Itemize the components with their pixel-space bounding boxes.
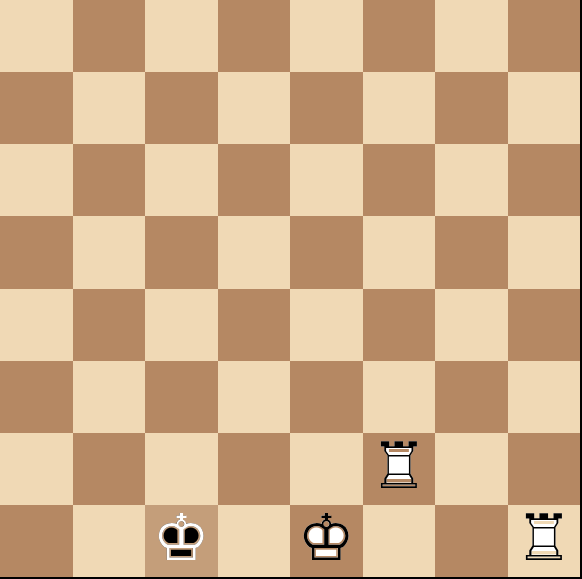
square-b1[interactable] (73, 505, 146, 577)
square-g5[interactable] (435, 216, 508, 288)
square-f7[interactable] (363, 72, 436, 144)
square-h5[interactable] (508, 216, 581, 288)
square-a5[interactable] (0, 216, 73, 288)
square-e3[interactable] (290, 361, 363, 433)
square-g3[interactable] (435, 361, 508, 433)
square-b7[interactable] (73, 72, 146, 144)
square-f2[interactable]: ♜♖ (363, 433, 436, 505)
square-b6[interactable] (73, 144, 146, 216)
square-f5[interactable] (363, 216, 436, 288)
square-c7[interactable] (145, 72, 218, 144)
square-e2[interactable] (290, 433, 363, 505)
square-a3[interactable] (0, 361, 73, 433)
square-c4[interactable] (145, 289, 218, 361)
square-b8[interactable] (73, 0, 146, 72)
square-a1[interactable] (0, 505, 73, 577)
square-a6[interactable] (0, 144, 73, 216)
square-g7[interactable] (435, 72, 508, 144)
square-d1[interactable] (218, 505, 291, 577)
square-c5[interactable] (145, 216, 218, 288)
black-king-glyph-outline: ♔ (153, 506, 210, 570)
square-f6[interactable] (363, 144, 436, 216)
square-f3[interactable] (363, 361, 436, 433)
square-g4[interactable] (435, 289, 508, 361)
square-h6[interactable] (508, 144, 581, 216)
square-g6[interactable] (435, 144, 508, 216)
square-d5[interactable] (218, 216, 291, 288)
square-d6[interactable] (218, 144, 291, 216)
white-rook-glyph-outline: ♖ (515, 506, 572, 570)
square-b5[interactable] (73, 216, 146, 288)
square-g2[interactable] (435, 433, 508, 505)
square-e7[interactable] (290, 72, 363, 144)
square-g8[interactable] (435, 0, 508, 72)
square-b4[interactable] (73, 289, 146, 361)
white-king-glyph-outline: ♔ (298, 506, 355, 570)
square-h1[interactable]: ♜♖ (508, 505, 581, 577)
square-h3[interactable] (508, 361, 581, 433)
piece-white-king[interactable]: ♚♔ (290, 505, 363, 577)
square-c6[interactable] (145, 144, 218, 216)
square-f1[interactable] (363, 505, 436, 577)
square-h4[interactable] (508, 289, 581, 361)
square-f8[interactable] (363, 0, 436, 72)
square-h8[interactable] (508, 0, 581, 72)
square-h7[interactable] (508, 72, 581, 144)
chess-board-container: ♜♖♚♔♚♔♜♖ (0, 0, 582, 579)
chess-board: ♜♖♚♔♚♔♜♖ (0, 0, 582, 579)
square-c3[interactable] (145, 361, 218, 433)
square-b2[interactable] (73, 433, 146, 505)
piece-white-rook[interactable]: ♜♖ (508, 505, 581, 577)
square-f4[interactable] (363, 289, 436, 361)
square-e4[interactable] (290, 289, 363, 361)
white-rook-glyph-outline: ♖ (370, 434, 427, 498)
square-c8[interactable] (145, 0, 218, 72)
square-e8[interactable] (290, 0, 363, 72)
piece-black-king[interactable]: ♚♔ (145, 505, 218, 577)
square-d7[interactable] (218, 72, 291, 144)
square-g1[interactable] (435, 505, 508, 577)
square-e5[interactable] (290, 216, 363, 288)
square-e1[interactable]: ♚♔ (290, 505, 363, 577)
square-a7[interactable] (0, 72, 73, 144)
square-c2[interactable] (145, 433, 218, 505)
square-a8[interactable] (0, 0, 73, 72)
square-d2[interactable] (218, 433, 291, 505)
square-d3[interactable] (218, 361, 291, 433)
square-e6[interactable] (290, 144, 363, 216)
square-h2[interactable] (508, 433, 581, 505)
square-a4[interactable] (0, 289, 73, 361)
square-a2[interactable] (0, 433, 73, 505)
square-b3[interactable] (73, 361, 146, 433)
square-c1[interactable]: ♚♔ (145, 505, 218, 577)
square-d4[interactable] (218, 289, 291, 361)
piece-white-rook[interactable]: ♜♖ (363, 433, 436, 505)
square-d8[interactable] (218, 0, 291, 72)
